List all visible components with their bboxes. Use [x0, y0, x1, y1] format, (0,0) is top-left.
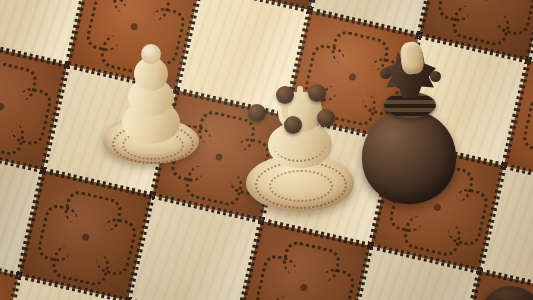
chessboard-photo-scene: ♗ ♕ ♚ — [0, 0, 533, 300]
carved-center-dot — [215, 153, 223, 161]
carved-center-dot — [130, 22, 138, 30]
carved-clover-petal — [0, 296, 5, 300]
white-queen-crown-ball — [308, 84, 326, 102]
black-king-crown-knob — [430, 71, 441, 82]
black-king[interactable]: ♚ — [358, 40, 462, 210]
white-queen-crown-ball — [284, 116, 302, 134]
carved-clover-petal — [521, 93, 533, 155]
white-bishop-top-knob — [141, 44, 161, 64]
carved-center-dot — [81, 233, 89, 241]
white-queen-crown-ball — [276, 86, 294, 104]
white-queen-crown-ball — [248, 104, 266, 122]
carved-center-dot — [0, 102, 5, 110]
white-queen-body-carving — [273, 128, 325, 162]
black-king-body — [362, 110, 456, 204]
black-king-crown-knob — [380, 68, 391, 79]
white-queen-crown-ball — [317, 109, 335, 127]
white-queen-crown-pin — [297, 86, 303, 100]
white-queen-crown-pin — [282, 106, 288, 118]
white-bishop[interactable]: ♗ — [95, 44, 207, 170]
carved-center-dot — [482, 0, 490, 1]
white-queen-base-carving-inner — [269, 170, 333, 202]
white-queen[interactable]: ♕ — [242, 80, 366, 220]
carved-clover-petal — [254, 253, 299, 300]
carved-center-dot — [300, 283, 308, 291]
black-king-finial — [399, 41, 425, 75]
